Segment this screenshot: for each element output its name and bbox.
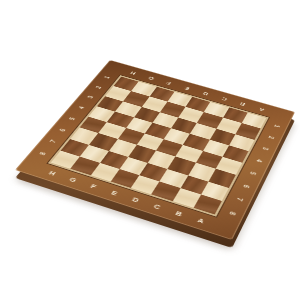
- coord-file-top-f: F: [162, 79, 176, 86]
- coord-file-top-b: B: [236, 100, 250, 107]
- coord-rank-left-8: 8: [35, 149, 49, 159]
- coord-file-bottom-d: D: [127, 195, 144, 205]
- coord-rank-right-2: 2: [265, 132, 277, 141]
- coord-file-bottom-a: A: [193, 216, 210, 226]
- coord-file-bottom-g: G: [64, 175, 81, 184]
- coord-rank-left-3: 3: [84, 93, 97, 101]
- coord-rank-right-6: 6: [239, 181, 252, 192]
- product-photo: HH11GG22FF33EE44DD55CC66BB77AA88: [0, 0, 300, 300]
- coord-file-bottom-c: C: [149, 202, 166, 212]
- coord-file-bottom-e: E: [106, 188, 123, 198]
- coord-rank-left-7: 7: [46, 137, 60, 147]
- coord-rank-right-8: 8: [225, 208, 238, 219]
- coord-file-top-g: G: [144, 74, 158, 81]
- coord-rank-left-6: 6: [56, 125, 70, 134]
- coord-file-top-d: D: [199, 90, 213, 97]
- coord-file-bottom-b: B: [171, 209, 188, 219]
- coord-file-bottom-h: H: [44, 169, 61, 178]
- coord-file-top-h: H: [126, 69, 140, 76]
- coord-rank-left-4: 4: [75, 103, 88, 112]
- coord-rank-right-3: 3: [259, 144, 271, 154]
- coord-file-top-e: E: [180, 84, 194, 91]
- coord-rank-right-1: 1: [271, 121, 282, 130]
- coord-rank-left-1: 1: [101, 73, 113, 81]
- coord-file-top-a: A: [255, 105, 269, 113]
- coord-rank-right-5: 5: [246, 168, 258, 178]
- coord-rank-left-5: 5: [65, 114, 78, 123]
- coord-rank-left-2: 2: [92, 83, 104, 91]
- chess-board: HH11GG22FF33EE44DD55CC66BB77AA88: [15, 60, 295, 240]
- coord-file-bottom-f: F: [85, 182, 102, 191]
- coord-rank-right-4: 4: [252, 156, 264, 166]
- coord-rank-right-7: 7: [232, 194, 245, 205]
- coord-file-top-c: C: [217, 95, 231, 102]
